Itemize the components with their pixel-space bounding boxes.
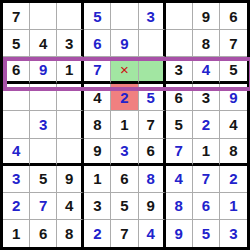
cell-r8c5[interactable]: 5	[111, 193, 138, 220]
cell-r5c6[interactable]: 7	[139, 111, 166, 138]
cell-r2c5[interactable]: 9	[111, 30, 138, 57]
cell-r2c4[interactable]: 6	[84, 30, 111, 57]
cell-r5c3[interactable]	[57, 111, 84, 138]
cell-r7c3[interactable]: 9	[57, 166, 84, 193]
cell-r2c3[interactable]: 3	[57, 30, 84, 57]
cell-r2c6[interactable]	[139, 30, 166, 57]
sudoku-grid: 7539654369876917×34542563938175244936718…	[3, 3, 247, 247]
cell-r2c9[interactable]: 7	[220, 30, 247, 57]
cell-r1c9[interactable]: 6	[220, 3, 247, 30]
cell-r8c4[interactable]: 3	[84, 193, 111, 220]
cell-r3c4[interactable]: 7	[84, 57, 111, 84]
cell-r6c9[interactable]: 8	[220, 139, 247, 166]
cell-r3c9[interactable]: 5	[220, 57, 247, 84]
cell-r7c7[interactable]: 4	[166, 166, 193, 193]
cell-r7c2[interactable]: 5	[30, 166, 57, 193]
cell-r8c3[interactable]: 4	[57, 193, 84, 220]
cell-r9c7[interactable]: 9	[166, 220, 193, 247]
cell-r4c1[interactable]	[3, 84, 30, 111]
cell-r4c2[interactable]	[30, 84, 57, 111]
cell-r6c7[interactable]: 7	[166, 139, 193, 166]
cell-r5c4[interactable]: 8	[84, 111, 111, 138]
cell-r4c4[interactable]: 4	[84, 84, 111, 111]
cell-r1c5[interactable]	[111, 3, 138, 30]
cell-r9c5[interactable]: 7	[111, 220, 138, 247]
cell-r3c3[interactable]: 1	[57, 57, 84, 84]
cell-r2c2[interactable]: 4	[30, 30, 57, 57]
cell-r5c2[interactable]: 3	[30, 111, 57, 138]
cell-r5c7[interactable]: 5	[166, 111, 193, 138]
cell-r6c5[interactable]: 3	[111, 139, 138, 166]
cell-r9c1[interactable]: 1	[3, 220, 30, 247]
cell-r7c8[interactable]: 7	[193, 166, 220, 193]
cell-r6c6[interactable]: 6	[139, 139, 166, 166]
cell-r6c1[interactable]: 4	[3, 139, 30, 166]
cell-r4c6[interactable]: 5	[139, 84, 166, 111]
cell-r1c3[interactable]	[57, 3, 84, 30]
cell-r3c6[interactable]	[139, 57, 166, 84]
cell-r1c7[interactable]	[166, 3, 193, 30]
cell-r6c4[interactable]: 9	[84, 139, 111, 166]
cell-r4c9[interactable]: 9	[220, 84, 247, 111]
cell-r6c3[interactable]	[57, 139, 84, 166]
cell-r8c1[interactable]: 2	[3, 193, 30, 220]
cell-r7c5[interactable]: 6	[111, 166, 138, 193]
cell-r6c2[interactable]	[30, 139, 57, 166]
cell-r4c8[interactable]: 3	[193, 84, 220, 111]
cell-r3c5[interactable]: ×	[111, 57, 138, 84]
cell-r3c1[interactable]: 6	[3, 57, 30, 84]
cell-r8c9[interactable]: 1	[220, 193, 247, 220]
cell-r1c4[interactable]: 5	[84, 3, 111, 30]
cell-r9c9[interactable]: 3	[220, 220, 247, 247]
cell-r9c8[interactable]: 5	[193, 220, 220, 247]
cell-r9c3[interactable]: 8	[57, 220, 84, 247]
cell-r1c2[interactable]	[30, 3, 57, 30]
cell-r4c7[interactable]: 6	[166, 84, 193, 111]
cell-r6c8[interactable]: 1	[193, 139, 220, 166]
cell-r8c8[interactable]: 6	[193, 193, 220, 220]
cell-r9c4[interactable]: 2	[84, 220, 111, 247]
cell-r7c9[interactable]: 2	[220, 166, 247, 193]
cell-r4c3[interactable]	[57, 84, 84, 111]
cell-r5c9[interactable]: 4	[220, 111, 247, 138]
sudoku-board: 7539654369876917×34542563938175244936718…	[0, 0, 250, 250]
cell-r7c6[interactable]: 8	[139, 166, 166, 193]
cell-r8c6[interactable]: 9	[139, 193, 166, 220]
cell-r7c1[interactable]: 3	[3, 166, 30, 193]
error-x-mark: ×	[120, 62, 129, 77]
cell-r4c5[interactable]: 2	[111, 84, 138, 111]
cell-r3c8[interactable]: 4	[193, 57, 220, 84]
cell-r1c8[interactable]: 9	[193, 3, 220, 30]
cell-r5c5[interactable]: 1	[111, 111, 138, 138]
cell-r9c6[interactable]: 4	[139, 220, 166, 247]
cell-r7c4[interactable]: 1	[84, 166, 111, 193]
cell-r2c8[interactable]: 8	[193, 30, 220, 57]
cell-r2c1[interactable]: 5	[3, 30, 30, 57]
cell-r5c8[interactable]: 2	[193, 111, 220, 138]
cell-r3c2[interactable]: 9	[30, 57, 57, 84]
cell-r1c1[interactable]: 7	[3, 3, 30, 30]
cell-r3c7[interactable]: 3	[166, 57, 193, 84]
cell-r9c2[interactable]: 6	[30, 220, 57, 247]
cell-r8c2[interactable]: 7	[30, 193, 57, 220]
cell-r1c6[interactable]: 3	[139, 3, 166, 30]
cell-r8c7[interactable]: 8	[166, 193, 193, 220]
cell-r2c7[interactable]	[166, 30, 193, 57]
cell-r5c1[interactable]	[3, 111, 30, 138]
